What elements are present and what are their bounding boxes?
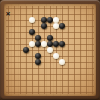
black-stone — [35, 59, 41, 65]
grid-line-horizontal — [6, 92, 94, 93]
grid-line-horizontal — [6, 86, 94, 87]
black-stone — [41, 23, 47, 29]
grid-line-vertical — [92, 6, 93, 94]
black-stone — [59, 23, 65, 29]
white-stone — [29, 17, 35, 23]
black-stone — [29, 29, 35, 35]
white-stone — [59, 59, 65, 65]
black-stone — [59, 41, 65, 47]
grid-line-vertical — [86, 6, 87, 94]
goban[interactable]: ✕ — [4, 4, 96, 96]
black-stone — [23, 47, 29, 53]
grid-line-horizontal — [6, 80, 94, 81]
white-stone — [53, 53, 59, 59]
white-stone — [47, 47, 53, 53]
x-marker: ✕ — [5, 11, 11, 17]
board-frame: ✕ — [0, 0, 100, 100]
